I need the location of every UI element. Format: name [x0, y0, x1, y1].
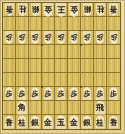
square-2-8[interactable]: 飛: [94, 101, 107, 115]
square-5-6[interactable]: [55, 73, 68, 87]
piece-black-rook[interactable]: 飛: [94, 101, 106, 115]
piece-black-pawn[interactable]: 歩: [95, 87, 105, 100]
square-2-6[interactable]: [94, 73, 107, 87]
star-point: [41, 44, 43, 46]
piece-white-pawn[interactable]: 歩: [109, 31, 119, 44]
piece-white-pawn[interactable]: 歩: [56, 31, 66, 44]
square-7-5[interactable]: [29, 59, 42, 73]
star-point: [41, 86, 43, 88]
square-8-9[interactable]: 桂: [16, 115, 29, 129]
square-8-1[interactable]: 桂: [16, 3, 29, 17]
square-3-5[interactable]: [81, 59, 94, 73]
square-9-4[interactable]: [3, 45, 16, 59]
piece-white-lance[interactable]: 香: [108, 3, 119, 16]
square-4-9[interactable]: 金: [68, 115, 81, 129]
square-1-2[interactable]: [107, 17, 120, 31]
square-9-9[interactable]: 香: [3, 115, 16, 129]
square-6-1[interactable]: 金: [42, 3, 55, 17]
square-9-1[interactable]: 香: [3, 3, 16, 17]
square-3-2[interactable]: [81, 17, 94, 31]
square-9-3[interactable]: 歩: [3, 31, 16, 45]
square-9-7[interactable]: 歩: [3, 87, 16, 101]
square-1-6[interactable]: [107, 73, 120, 87]
shogi-board-frame: 香桂銀金王金銀桂香歩歩歩歩歩歩歩歩歩歩歩歩歩歩歩歩歩歩角飛香桂銀金玉金銀桂香: [0, 0, 125, 134]
piece-white-pawn[interactable]: 歩: [82, 31, 92, 44]
square-8-4[interactable]: [16, 45, 29, 59]
square-4-1[interactable]: 金: [68, 3, 81, 17]
square-7-9[interactable]: 銀: [29, 115, 42, 129]
square-3-1[interactable]: 銀: [81, 3, 94, 17]
square-2-9[interactable]: 桂: [94, 115, 107, 129]
piece-black-pawn[interactable]: 歩: [69, 87, 79, 100]
square-2-1[interactable]: 桂: [94, 3, 107, 17]
square-6-5[interactable]: [42, 59, 55, 73]
square-6-7[interactable]: 歩: [42, 87, 55, 101]
piece-white-gold[interactable]: 金: [42, 3, 54, 17]
piece-white-silver[interactable]: 銀: [30, 3, 41, 16]
square-5-7[interactable]: 歩: [55, 87, 68, 101]
piece-white-pawn[interactable]: 歩: [17, 31, 27, 44]
square-4-6[interactable]: [68, 73, 81, 87]
square-1-9[interactable]: 香: [107, 115, 120, 129]
square-8-3[interactable]: 歩: [16, 31, 29, 45]
piece-white-knight[interactable]: 桂: [95, 3, 106, 16]
square-1-3[interactable]: 歩: [107, 31, 120, 45]
square-4-7[interactable]: 歩: [68, 87, 81, 101]
square-9-6[interactable]: [3, 73, 16, 87]
square-7-2[interactable]: [29, 17, 42, 31]
piece-black-knight[interactable]: 桂: [17, 116, 28, 129]
square-3-9[interactable]: 銀: [81, 115, 94, 129]
square-8-8[interactable]: 角: [16, 101, 29, 115]
square-8-7[interactable]: 歩: [16, 87, 29, 101]
piece-white-king[interactable]: 王: [55, 3, 67, 17]
square-8-2[interactable]: [16, 17, 29, 31]
square-5-5[interactable]: [55, 59, 68, 73]
piece-white-pawn[interactable]: 歩: [43, 31, 53, 44]
piece-white-lance[interactable]: 香: [4, 3, 15, 16]
piece-black-pawn[interactable]: 歩: [30, 87, 40, 100]
square-5-1[interactable]: 王: [55, 3, 68, 17]
square-9-5[interactable]: [3, 59, 16, 73]
square-4-3[interactable]: 歩: [68, 31, 81, 45]
square-4-4[interactable]: [68, 45, 81, 59]
piece-white-knight[interactable]: 桂: [17, 3, 28, 16]
piece-black-pawn[interactable]: 歩: [56, 87, 66, 100]
square-6-8[interactable]: [42, 101, 55, 115]
square-9-2[interactable]: [3, 17, 16, 31]
piece-black-lance[interactable]: 香: [4, 116, 15, 129]
piece-black-lance[interactable]: 香: [108, 116, 119, 129]
square-6-3[interactable]: 歩: [42, 31, 55, 45]
star-point: [80, 86, 82, 88]
square-8-5[interactable]: [16, 59, 29, 73]
square-3-7[interactable]: 歩: [81, 87, 94, 101]
square-9-8[interactable]: [3, 101, 16, 115]
square-4-2[interactable]: [68, 17, 81, 31]
square-7-7[interactable]: 歩: [29, 87, 42, 101]
piece-white-pawn[interactable]: 歩: [30, 31, 40, 44]
square-1-5[interactable]: [107, 59, 120, 73]
square-2-2[interactable]: [94, 17, 107, 31]
star-point: [80, 44, 82, 46]
shogi-board: 香桂銀金王金銀桂香歩歩歩歩歩歩歩歩歩歩歩歩歩歩歩歩歩歩角飛香桂銀金玉金銀桂香: [2, 2, 121, 130]
board-grid: 香桂銀金王金銀桂香歩歩歩歩歩歩歩歩歩歩歩歩歩歩歩歩歩歩角飛香桂銀金玉金銀桂香: [3, 3, 120, 129]
square-3-8[interactable]: [81, 101, 94, 115]
piece-black-knight[interactable]: 桂: [95, 116, 106, 129]
square-1-4[interactable]: [107, 45, 120, 59]
piece-black-silver[interactable]: 銀: [30, 116, 41, 129]
square-4-5[interactable]: [68, 59, 81, 73]
piece-black-gold[interactable]: 金: [42, 115, 54, 129]
square-7-6[interactable]: [29, 73, 42, 87]
piece-black-gold[interactable]: 金: [68, 115, 80, 129]
piece-black-pawn[interactable]: 歩: [82, 87, 92, 100]
square-2-4[interactable]: [94, 45, 107, 59]
piece-white-pawn[interactable]: 歩: [69, 31, 79, 44]
square-1-1[interactable]: 香: [107, 3, 120, 17]
square-2-7[interactable]: 歩: [94, 87, 107, 101]
square-5-4[interactable]: [55, 45, 68, 59]
piece-white-pawn[interactable]: 歩: [95, 31, 105, 44]
square-5-8[interactable]: [55, 101, 68, 115]
square-2-5[interactable]: [94, 59, 107, 73]
piece-black-silver[interactable]: 銀: [82, 116, 93, 129]
piece-black-bishop[interactable]: 角: [16, 101, 28, 115]
square-3-4[interactable]: [81, 45, 94, 59]
square-4-8[interactable]: [68, 101, 81, 115]
piece-black-pawn[interactable]: 歩: [4, 87, 14, 100]
square-7-8[interactable]: [29, 101, 42, 115]
piece-black-pawn[interactable]: 歩: [43, 87, 53, 100]
square-3-3[interactable]: 歩: [81, 31, 94, 45]
square-7-1[interactable]: 銀: [29, 3, 42, 17]
piece-white-pawn[interactable]: 歩: [4, 31, 14, 44]
square-5-9[interactable]: 玉: [55, 115, 68, 129]
square-6-2[interactable]: [42, 17, 55, 31]
square-1-7[interactable]: 歩: [107, 87, 120, 101]
square-2-3[interactable]: 歩: [94, 31, 107, 45]
square-5-3[interactable]: 歩: [55, 31, 68, 45]
square-7-4[interactable]: [29, 45, 42, 59]
square-6-4[interactable]: [42, 45, 55, 59]
piece-black-pawn[interactable]: 歩: [17, 87, 27, 100]
square-8-6[interactable]: [16, 73, 29, 87]
square-7-3[interactable]: 歩: [29, 31, 42, 45]
square-6-6[interactable]: [42, 73, 55, 87]
square-1-8[interactable]: [107, 101, 120, 115]
square-3-6[interactable]: [81, 73, 94, 87]
square-6-9[interactable]: 金: [42, 115, 55, 129]
piece-white-gold[interactable]: 金: [68, 3, 80, 17]
piece-white-silver[interactable]: 銀: [82, 3, 93, 16]
piece-black-pawn[interactable]: 歩: [109, 87, 119, 100]
square-5-2[interactable]: [55, 17, 68, 31]
piece-black-king[interactable]: 玉: [55, 115, 67, 129]
